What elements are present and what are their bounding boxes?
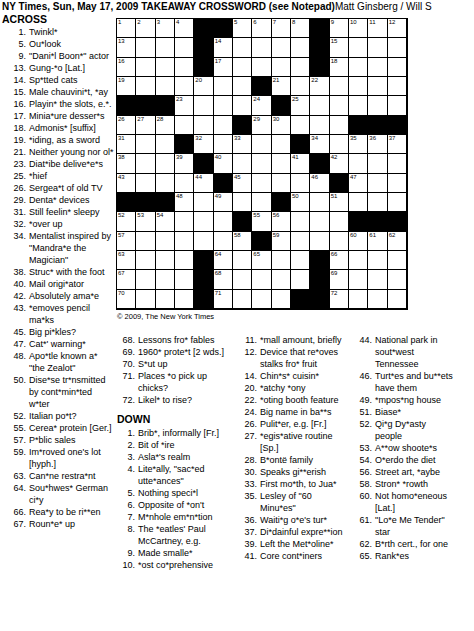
- clue: 70S*ut up: [117, 358, 238, 370]
- clue-text: Chin*s* cuisin*: [260, 370, 344, 382]
- clue-number: 57: [2, 434, 26, 446]
- grid-cell[interactable]: 70: [117, 290, 136, 309]
- black-cell: [388, 116, 407, 135]
- grid-cell[interactable]: [330, 77, 349, 96]
- clue-number: 68: [117, 334, 135, 346]
- grid-cell[interactable]: [175, 212, 194, 231]
- grid-cell[interactable]: [291, 212, 310, 231]
- grid-cell[interactable]: 65: [252, 251, 271, 270]
- grid-cell[interactable]: [330, 116, 349, 135]
- grid-cell[interactable]: 63: [117, 251, 136, 270]
- cell-number: 21: [273, 77, 280, 84]
- crossword-grid: 1234567891011121314151617181920212223242…: [116, 18, 408, 310]
- clue-text: Male chauvini*t, *ay: [29, 86, 114, 98]
- clue-number: 55: [2, 422, 26, 434]
- cell-number: 14: [215, 38, 222, 45]
- grid-cell[interactable]: [388, 193, 407, 212]
- grid-cell[interactable]: 25: [291, 96, 310, 115]
- grid-cell[interactable]: 37: [388, 135, 407, 154]
- grid-cell[interactable]: [388, 77, 407, 96]
- clue-number: 46: [354, 370, 372, 394]
- grid-cell[interactable]: [252, 135, 271, 154]
- grid-cell[interactable]: [291, 232, 310, 251]
- clue: 3Asla*'s realm: [117, 451, 238, 463]
- cell-number: 12: [389, 19, 396, 26]
- grid-cell[interactable]: [136, 251, 155, 270]
- black-cell: [310, 251, 329, 270]
- grid-cell[interactable]: [291, 174, 310, 193]
- grid-cell[interactable]: 49: [214, 193, 233, 212]
- grid-cell[interactable]: [368, 38, 387, 57]
- grid-cell[interactable]: [252, 154, 271, 173]
- grid-cell[interactable]: 12: [388, 19, 407, 38]
- grid-cell[interactable]: 43: [117, 174, 136, 193]
- clue-text: Likel* to rise?: [138, 394, 238, 406]
- clue: 15Male chauvini*t, *ay: [2, 86, 114, 98]
- grid-cell[interactable]: [310, 96, 329, 115]
- clue-text: Italian po*t?: [29, 410, 114, 422]
- grid-cell[interactable]: [156, 290, 175, 309]
- grid-cell[interactable]: [136, 58, 155, 77]
- clue-number: 17: [2, 110, 26, 122]
- clue-text: Ou*look: [29, 38, 114, 50]
- grid-cell[interactable]: 61: [368, 232, 387, 251]
- grid-cell[interactable]: 55: [252, 212, 271, 231]
- grid-cell[interactable]: [349, 154, 368, 173]
- clue-number: 33: [239, 478, 257, 490]
- grid-cell[interactable]: [233, 96, 252, 115]
- grid-cell[interactable]: 36: [368, 135, 387, 154]
- grid-cell[interactable]: [368, 174, 387, 193]
- clue-number: 35: [239, 490, 257, 514]
- grid-cell[interactable]: 42: [330, 154, 349, 173]
- grid-cell[interactable]: [214, 232, 233, 251]
- grid-cell[interactable]: [330, 232, 349, 251]
- grid-cell[interactable]: 28: [156, 116, 175, 135]
- black-cell: [156, 193, 175, 212]
- grid-cell[interactable]: [233, 38, 252, 57]
- grid-cell[interactable]: [310, 232, 329, 251]
- grid-cell[interactable]: [330, 212, 349, 231]
- grid-cell[interactable]: 23: [175, 96, 194, 115]
- grid-cell[interactable]: 46: [310, 174, 329, 193]
- grid-cell[interactable]: [349, 58, 368, 77]
- clue: 29Denta* devices: [2, 194, 114, 206]
- grid-cell[interactable]: [252, 290, 271, 309]
- grid-cell[interactable]: 15: [330, 38, 349, 57]
- cell-number: 2: [137, 19, 140, 26]
- clue-number: 1: [2, 26, 26, 38]
- grid-cell[interactable]: [136, 290, 155, 309]
- grid-cell[interactable]: 20: [194, 77, 213, 96]
- clue-text: The *eatles' Paul McCartney, e.g.: [138, 523, 238, 547]
- clue-text: Made smalle*: [138, 547, 238, 559]
- grid-cell[interactable]: [156, 232, 175, 251]
- clue: 1Brib*, informally [Fr.]: [117, 427, 238, 439]
- grid-cell[interactable]: 32: [194, 135, 213, 154]
- clue: 42Absolutely ama*e: [2, 290, 114, 302]
- grid-cell[interactable]: 26: [117, 116, 136, 135]
- cell-number: 10: [350, 19, 357, 26]
- clue-number: 12: [239, 346, 257, 370]
- grid-cell[interactable]: [252, 58, 271, 77]
- grid-cell[interactable]: [368, 251, 387, 270]
- black-cell: [194, 38, 213, 57]
- grid-cell[interactable]: [252, 270, 271, 289]
- grid-cell[interactable]: [175, 77, 194, 96]
- grid-cell[interactable]: 19: [117, 77, 136, 96]
- grid-cell[interactable]: 7: [272, 19, 291, 38]
- grid-cell[interactable]: [136, 135, 155, 154]
- clue-text: Big name in ba**s: [260, 406, 344, 418]
- clue-text: First mo*th, to Jua*: [260, 478, 344, 490]
- clue: 53A**ow shoote*s: [354, 442, 455, 454]
- grid-cell[interactable]: [349, 77, 368, 96]
- clue-number: 26: [2, 182, 26, 194]
- grid-cell[interactable]: 33: [233, 135, 252, 154]
- grid-cell[interactable]: 1: [117, 19, 136, 38]
- grid-cell[interactable]: [194, 193, 213, 212]
- clue: 57P*blic sales: [2, 434, 114, 446]
- grid-cell[interactable]: 60: [349, 232, 368, 251]
- grid-cell[interactable]: 62: [388, 232, 407, 251]
- grid-cell[interactable]: [175, 251, 194, 270]
- clue-number: 9: [2, 50, 26, 62]
- grid-cell[interactable]: [175, 232, 194, 251]
- grid-cell[interactable]: [136, 77, 155, 96]
- clue: 9"Dani*l Boon*" actor: [2, 50, 114, 62]
- grid-cell[interactable]: 41: [291, 154, 310, 173]
- cell-number: 46: [311, 174, 318, 181]
- clue: 52Italian po*t?: [2, 410, 114, 422]
- clue: 38Struc* with the foot: [2, 266, 114, 278]
- grid-cell[interactable]: [272, 290, 291, 309]
- grid-cell[interactable]: 30: [272, 116, 291, 135]
- clue-number: 4: [117, 463, 135, 487]
- grid-cell[interactable]: [175, 174, 194, 193]
- clue-text: Admonis* [suffix]: [29, 122, 114, 134]
- grid-cell[interactable]: [233, 58, 252, 77]
- grid-cell[interactable]: [272, 251, 291, 270]
- cell-number: 19: [118, 77, 125, 84]
- grid-cell[interactable]: [233, 193, 252, 212]
- black-cell: [252, 77, 271, 96]
- clue-number: 5: [2, 38, 26, 50]
- grid-cell[interactable]: [233, 290, 252, 309]
- grid-cell[interactable]: 58: [233, 232, 252, 251]
- grid-cell[interactable]: [156, 77, 175, 96]
- grid-cell[interactable]: [349, 290, 368, 309]
- black-cell: [310, 38, 329, 57]
- grid-cell[interactable]: [233, 154, 252, 173]
- black-cell: [194, 290, 213, 309]
- grid-cell[interactable]: [194, 96, 213, 115]
- grid-cell[interactable]: [214, 77, 233, 96]
- cell-number: 50: [292, 193, 299, 200]
- grid-cell[interactable]: [368, 290, 387, 309]
- grid-cell[interactable]: [214, 116, 233, 135]
- cell-number: 31: [118, 135, 125, 142]
- clue-text: Minia*ure desser*s: [29, 110, 114, 122]
- grid-cell[interactable]: 47: [349, 174, 368, 193]
- grid-cell[interactable]: 53: [136, 212, 155, 231]
- grid-cell[interactable]: 9: [330, 19, 349, 38]
- grid-cell[interactable]: [388, 96, 407, 115]
- grid-cell[interactable]: [310, 116, 329, 135]
- clue-text: Stron* *rowth: [375, 478, 455, 490]
- grid-cell[interactable]: [233, 77, 252, 96]
- grid-cell[interactable]: [175, 38, 194, 57]
- grid-cell[interactable]: 44: [194, 174, 213, 193]
- clue: 6Opposite of *on't: [117, 499, 238, 511]
- grid-cell[interactable]: [214, 96, 233, 115]
- grid-cell[interactable]: [272, 58, 291, 77]
- clue-text: Neither young nor ol*: [29, 146, 114, 158]
- grid-cell[interactable]: 72: [330, 290, 349, 309]
- grid-cell[interactable]: [349, 251, 368, 270]
- grid-cell[interactable]: [368, 154, 387, 173]
- clue: 50Dise*se tr*nsmitted by cont*min*ted w*…: [2, 374, 114, 410]
- grid-cell[interactable]: 18: [330, 58, 349, 77]
- grid-cell[interactable]: [291, 38, 310, 57]
- grid-cell[interactable]: 64: [214, 251, 233, 270]
- black-cell: [310, 58, 329, 77]
- grid-cell[interactable]: [388, 58, 407, 77]
- grid-cell[interactable]: [388, 174, 407, 193]
- grid-cell[interactable]: [233, 270, 252, 289]
- grid-cell[interactable]: [349, 193, 368, 212]
- grid-cell[interactable]: [136, 270, 155, 289]
- grid-cell[interactable]: 16: [117, 58, 136, 77]
- grid-cell[interactable]: [330, 135, 349, 154]
- bottom-column-2: 11*mall amount, briefly12Device that re*…: [239, 334, 344, 562]
- clue-text: Im*roved one's lot [hyph.]: [29, 446, 114, 470]
- grid-cell[interactable]: 48: [175, 193, 194, 212]
- grid-cell[interactable]: 35: [349, 135, 368, 154]
- grid-cell[interactable]: [175, 290, 194, 309]
- grid-cell[interactable]: [368, 96, 387, 115]
- grid-cell[interactable]: [252, 193, 271, 212]
- grid-cell[interactable]: [272, 270, 291, 289]
- grid-cell[interactable]: 2: [136, 19, 155, 38]
- grid-cell[interactable]: 29: [252, 116, 271, 135]
- grid-cell[interactable]: 14: [214, 38, 233, 57]
- cell-number: 51: [331, 193, 338, 200]
- grid-cell[interactable]: 31: [117, 135, 136, 154]
- grid-cell[interactable]: [291, 77, 310, 96]
- grid-cell[interactable]: [136, 232, 155, 251]
- clue-text: *over up: [29, 218, 114, 230]
- grid-cell[interactable]: 57: [117, 232, 136, 251]
- clue-text: Rank*es: [375, 550, 455, 562]
- clue-text: Big pi*kles?: [29, 326, 114, 338]
- grid-cell[interactable]: [388, 270, 407, 289]
- grid-cell[interactable]: [194, 116, 213, 135]
- clue-text: *egis*ative routine [Sp.]: [260, 430, 344, 454]
- page-header: NY Times, Sun, May 17, 2009 TAKEAWAY CRO…: [2, 1, 474, 13]
- black-cell: [136, 96, 155, 115]
- grid-cell[interactable]: 11: [368, 19, 387, 38]
- grid-cell[interactable]: [291, 116, 310, 135]
- clue-number: 22: [239, 394, 257, 406]
- clue: 68Lessons fro* fables: [117, 334, 238, 346]
- grid-cell[interactable]: [252, 38, 271, 57]
- clue-number: 7: [117, 511, 135, 523]
- grid-cell[interactable]: [368, 193, 387, 212]
- grid-cell[interactable]: 67: [117, 270, 136, 289]
- grid-cell[interactable]: [388, 154, 407, 173]
- grid-cell[interactable]: [194, 212, 213, 231]
- clue-number: 39: [239, 538, 257, 550]
- grid-cell[interactable]: 22: [310, 77, 329, 96]
- grid-cell[interactable]: 3: [156, 19, 175, 38]
- grid-cell[interactable]: 34: [310, 135, 329, 154]
- clue-text: Cat*' warning*: [29, 338, 114, 350]
- black-cell: [194, 58, 213, 77]
- grid-cell[interactable]: 71: [214, 290, 233, 309]
- grid-cell[interactable]: [291, 251, 310, 270]
- clue: 2Bit of *ire: [117, 439, 238, 451]
- grid-cell[interactable]: [214, 212, 233, 231]
- grid-cell[interactable]: [156, 270, 175, 289]
- grid-cell[interactable]: [272, 38, 291, 57]
- clue: 19*iding, as a sword: [2, 134, 114, 146]
- grid-cell[interactable]: 66: [330, 251, 349, 270]
- grid-cell[interactable]: 10: [349, 19, 368, 38]
- grid-cell[interactable]: 27: [136, 116, 155, 135]
- across-clues-main: 1Twinkl*5Ou*look9"Dani*l Boon*" actor13G…: [2, 26, 114, 530]
- cell-number: 18: [331, 58, 338, 65]
- clue-number: 62: [354, 538, 372, 550]
- grid-cell[interactable]: 52: [117, 212, 136, 231]
- grid-cell[interactable]: [368, 270, 387, 289]
- clue-text: Gung-*o [Lat.]: [29, 62, 114, 74]
- grid-cell[interactable]: [175, 58, 194, 77]
- clue-number: 44: [354, 334, 372, 370]
- grid-cell[interactable]: 24: [252, 96, 271, 115]
- clue-number: 71: [117, 370, 135, 394]
- grid-cell[interactable]: 17: [214, 58, 233, 77]
- grid-cell[interactable]: [156, 174, 175, 193]
- clue: 10*ost co*prehensive: [117, 559, 238, 571]
- grid-cell[interactable]: 50: [291, 193, 310, 212]
- clue-number: 21: [2, 146, 26, 158]
- grid-cell[interactable]: [349, 96, 368, 115]
- across-clue-column: ACROSS 1Twinkl*5Ou*look9"Dani*l Boon*" a…: [2, 13, 114, 530]
- grid-cell[interactable]: [156, 135, 175, 154]
- grid-cell[interactable]: [388, 251, 407, 270]
- grid-cell[interactable]: [291, 58, 310, 77]
- clue-number: 6: [117, 499, 135, 511]
- grid-cell[interactable]: [310, 193, 329, 212]
- grid-cell[interactable]: 40: [214, 154, 233, 173]
- clue: 40Mail origi*ator: [2, 278, 114, 290]
- grid-cell[interactable]: [156, 58, 175, 77]
- clue-number: 24: [239, 406, 257, 418]
- grid-cell[interactable]: [388, 290, 407, 309]
- grid-cell[interactable]: 68: [214, 270, 233, 289]
- clue-number: 47: [2, 338, 26, 350]
- cell-number: 38: [118, 154, 125, 161]
- grid-cell[interactable]: [272, 135, 291, 154]
- grid-cell[interactable]: [349, 270, 368, 289]
- grid-cell[interactable]: [136, 174, 155, 193]
- clue-text: Turt*es and bu**ets have them: [375, 370, 455, 394]
- across-clues-extra: 68Lessons fro* fables691960* prote*t [2 …: [117, 334, 238, 406]
- grid-cell[interactable]: [175, 116, 194, 135]
- clue: 5Ou*look: [2, 38, 114, 50]
- grid-cell[interactable]: [330, 96, 349, 115]
- grid-cell[interactable]: [136, 38, 155, 57]
- cell-number: 32: [195, 135, 202, 142]
- grid-cell[interactable]: 51: [330, 193, 349, 212]
- clue: 41Core cont*iners: [239, 550, 344, 562]
- clue-text: Mentalist inspired by "Mandra*e the Magi…: [29, 230, 114, 266]
- grid-cell[interactable]: [291, 270, 310, 289]
- grid-cell[interactable]: [368, 77, 387, 96]
- clue: 58Stron* *rowth: [354, 478, 455, 490]
- clue-text: Opposite of *on't: [138, 499, 238, 511]
- grid-cell[interactable]: 21: [272, 77, 291, 96]
- grid-cell[interactable]: 4: [175, 19, 194, 38]
- grid-cell[interactable]: 6: [252, 19, 271, 38]
- cell-number: 54: [157, 212, 164, 219]
- grid-cell[interactable]: [136, 154, 155, 173]
- clue-number: 11: [239, 334, 257, 346]
- grid-cell[interactable]: [272, 174, 291, 193]
- cell-number: 37: [389, 135, 396, 142]
- grid-cell[interactable]: 54: [156, 212, 175, 231]
- grid-cell[interactable]: [349, 38, 368, 57]
- grid-cell[interactable]: [175, 270, 194, 289]
- grid-cell[interactable]: 56: [272, 212, 291, 231]
- grid-cell[interactable]: 59: [272, 232, 291, 251]
- grid-cell[interactable]: [156, 251, 175, 270]
- cell-number: 29: [253, 116, 260, 123]
- clue: 4Lite*ally, "sac*ed utte*ances": [117, 463, 238, 487]
- clue-number: 20: [239, 382, 257, 394]
- grid-cell[interactable]: [214, 135, 233, 154]
- grid-cell[interactable]: [156, 38, 175, 57]
- grid-cell[interactable]: 5: [233, 19, 252, 38]
- grid-cell[interactable]: 13: [117, 38, 136, 57]
- grid-cell[interactable]: [252, 174, 271, 193]
- clue: 14Chin*s* cuisin*: [239, 370, 344, 382]
- grid-cell[interactable]: 39: [175, 154, 194, 173]
- black-cell: [233, 212, 252, 231]
- grid-cell[interactable]: [388, 38, 407, 57]
- black-cell: [214, 174, 233, 193]
- grid-cell[interactable]: [310, 212, 329, 231]
- grid-cell[interactable]: 45: [233, 174, 252, 193]
- black-cell: [117, 193, 136, 212]
- cell-number: 64: [215, 251, 222, 258]
- grid-cell[interactable]: [194, 232, 213, 251]
- grid-cell[interactable]: 69: [330, 270, 349, 289]
- grid-cell[interactable]: [272, 154, 291, 173]
- grid-cell[interactable]: [156, 154, 175, 173]
- clue-number: 53: [354, 442, 372, 454]
- cell-number: 11: [369, 19, 375, 26]
- black-cell: [310, 19, 329, 38]
- cell-number: 16: [118, 58, 125, 65]
- clue-text: Bit of *ire: [138, 439, 238, 451]
- grid-cell[interactable]: 8: [291, 19, 310, 38]
- grid-cell[interactable]: [233, 251, 252, 270]
- grid-cell[interactable]: 38: [117, 154, 136, 173]
- clue-number: 72: [117, 394, 135, 406]
- grid-cell[interactable]: [368, 58, 387, 77]
